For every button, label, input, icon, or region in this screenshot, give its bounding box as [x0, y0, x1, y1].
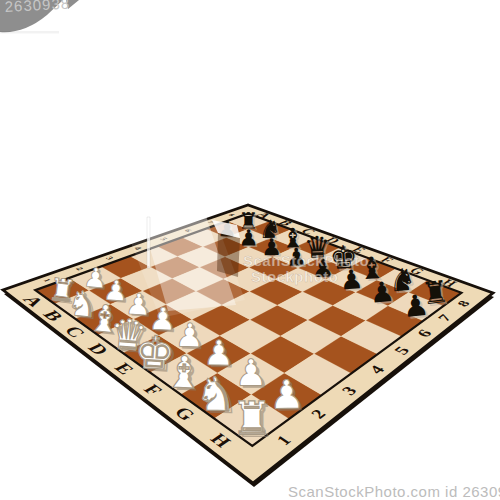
glass-edge-line [147, 217, 150, 268]
piece-black-pawn-b7: ♟ [239, 224, 259, 250]
chessboard-perspective-illustration: AABBCCDDEEFFGGHH1122334455667788♜♜♞♞♝♝♛♛… [0, 0, 500, 500]
watermark-center-line2: Stockphoto [251, 268, 339, 285]
piece-black-pawn-g7: ♟ [368, 275, 395, 310]
watermark-top-left-id: 2630938 [4, 0, 70, 15]
watermark-bottom-id: ScanStockPhoto.com id 2630938 [288, 483, 500, 500]
stamp-faint-line [0, 31, 59, 34]
watermark-center-line1: ScanStockPhoto [243, 252, 369, 269]
piece-white-rook-h1: ♜ [231, 391, 273, 445]
stock-photo-canvas: AABBCCDDEEFFGGHH1122334455667788♜♜♞♞♝♝♛♛… [0, 0, 500, 500]
glass-block-reflection [217, 233, 240, 277]
piece-black-pawn-h7: ♟ [401, 288, 431, 325]
